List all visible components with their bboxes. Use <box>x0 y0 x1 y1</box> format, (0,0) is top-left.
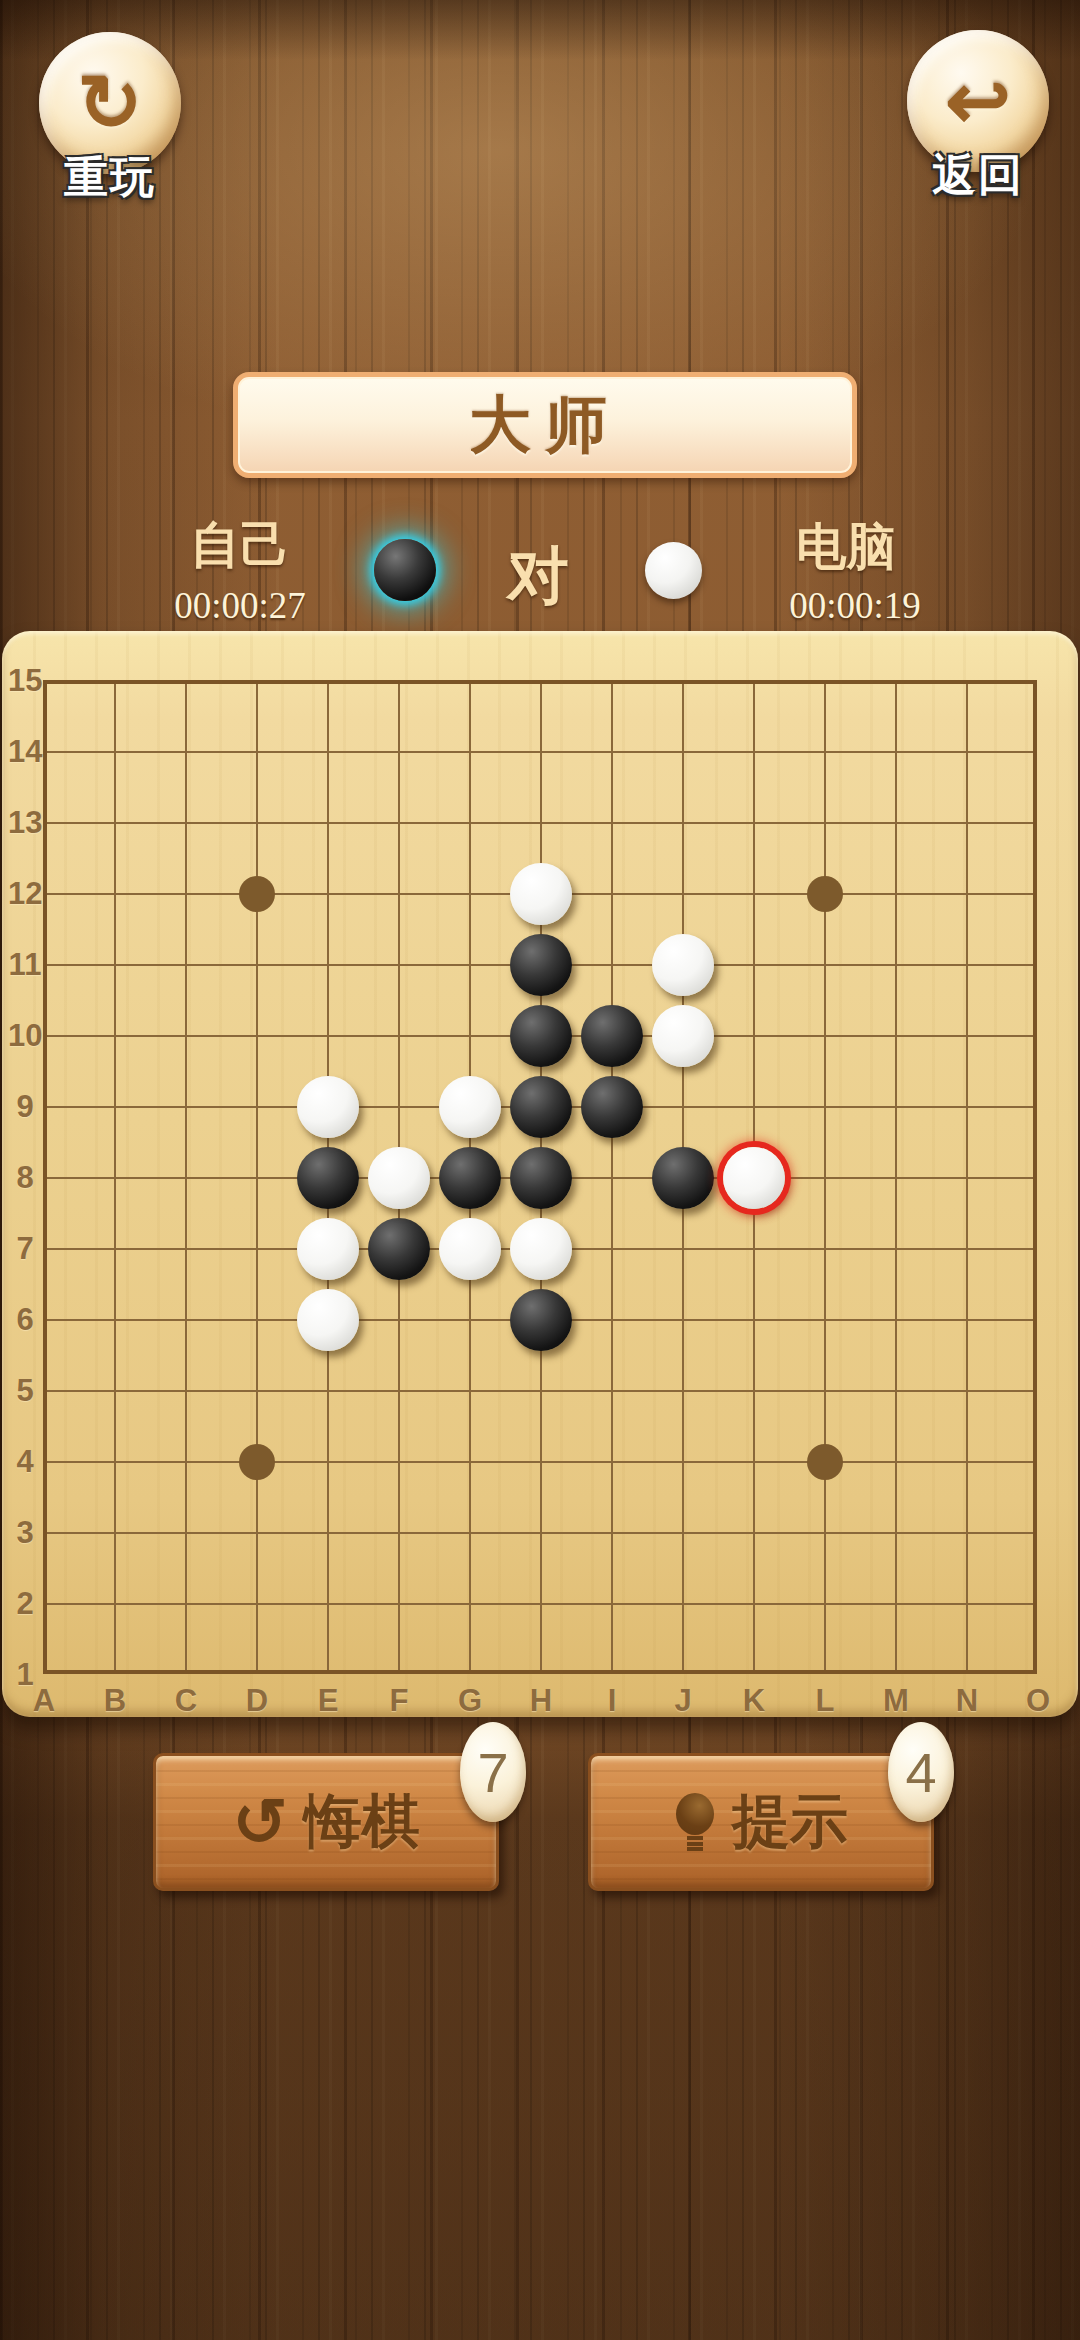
stone-black-I9 <box>581 1076 643 1138</box>
stone-white-J11 <box>652 934 714 996</box>
stone-black-G8 <box>439 1147 501 1209</box>
hint-count-badge: 4 <box>888 1722 954 1822</box>
row-label-5: 5 <box>8 1375 42 1407</box>
row-label-10: 10 <box>8 1020 42 1052</box>
col-label-O: O <box>1018 1684 1058 1718</box>
col-label-C: C <box>166 1684 206 1718</box>
banner-right-ornament <box>834 391 876 455</box>
replay-button[interactable]: ↻ 重玩 <box>25 32 195 207</box>
star-point-L4 <box>807 1444 843 1480</box>
banner-left-ornament <box>214 391 256 455</box>
col-label-G: G <box>450 1684 490 1718</box>
replay-button-label: 重玩 <box>25 148 195 207</box>
col-label-J: J <box>663 1684 703 1718</box>
stone-black-H9 <box>510 1076 572 1138</box>
stone-black-H8 <box>510 1147 572 1209</box>
stone-white-K8-last-move <box>723 1147 785 1209</box>
row-label-3: 3 <box>8 1517 42 1549</box>
computer-white-stone-indicator <box>645 542 702 599</box>
stone-black-J8 <box>652 1147 714 1209</box>
undo-history-icon: ↺ <box>232 1789 287 1855</box>
col-label-A: A <box>24 1684 64 1718</box>
redo-arrow-icon: ↻ <box>77 64 142 142</box>
lightbulb-icon <box>674 1793 716 1851</box>
stone-black-H11 <box>510 934 572 996</box>
stone-white-J10 <box>652 1005 714 1067</box>
undo-button-label: 悔棋 <box>304 1783 420 1861</box>
col-label-I: I <box>592 1684 632 1718</box>
row-label-8: 8 <box>8 1162 42 1194</box>
star-point-D12 <box>239 876 275 912</box>
stone-white-E6 <box>297 1289 359 1351</box>
stone-black-H10 <box>510 1005 572 1067</box>
col-label-K: K <box>734 1684 774 1718</box>
row-label-14: 14 <box>8 736 42 768</box>
difficulty-banner: 大师 <box>233 372 857 478</box>
row-label-9: 9 <box>8 1091 42 1123</box>
versus-label: 对 <box>478 534 598 618</box>
stone-white-H7 <box>510 1218 572 1280</box>
stone-white-F8 <box>368 1147 430 1209</box>
banner-right-swirl-icon <box>843 411 871 439</box>
hint-button[interactable]: 提示 <box>588 1753 934 1891</box>
back-arrow-icon: ↩ <box>945 62 1010 140</box>
gomoku-game-screen: ↻ 重玩 ↩ 返回 大师 自己 00:00:27 对 电脑 00:00:19 1… <box>0 0 1080 2340</box>
stone-black-E8 <box>297 1147 359 1209</box>
stone-white-E9 <box>297 1076 359 1138</box>
row-label-11: 11 <box>8 949 42 981</box>
row-label-6: 6 <box>8 1304 42 1336</box>
stone-white-E7 <box>297 1218 359 1280</box>
stone-white-G9 <box>439 1076 501 1138</box>
col-label-N: N <box>947 1684 987 1718</box>
back-button[interactable]: ↩ 返回 <box>893 30 1063 205</box>
col-label-M: M <box>876 1684 916 1718</box>
hint-button-label: 提示 <box>732 1783 848 1861</box>
undo-move-button[interactable]: ↺ 悔棋 <box>153 1753 499 1891</box>
self-player-name: 自己 <box>130 512 350 579</box>
difficulty-title: 大师 <box>469 383 621 467</box>
back-button-label: 返回 <box>893 146 1063 205</box>
computer-player-name: 电脑 <box>736 514 956 581</box>
col-label-F: F <box>379 1684 419 1718</box>
star-point-D4 <box>239 1444 275 1480</box>
row-label-13: 13 <box>8 807 42 839</box>
row-label-2: 2 <box>8 1588 42 1620</box>
row-label-4: 4 <box>8 1446 42 1478</box>
stone-black-H6 <box>510 1289 572 1351</box>
col-label-E: E <box>308 1684 348 1718</box>
stone-white-H12 <box>510 863 572 925</box>
banner-left-swirl-icon <box>219 411 247 439</box>
self-black-stone-indicator-active <box>374 539 436 601</box>
row-label-15: 15 <box>8 665 42 697</box>
row-label-7: 7 <box>8 1233 42 1265</box>
computer-player-timer: 00:00:19 <box>735 584 975 627</box>
col-label-H: H <box>521 1684 561 1718</box>
col-label-D: D <box>237 1684 277 1718</box>
star-point-L12 <box>807 876 843 912</box>
stone-black-I10 <box>581 1005 643 1067</box>
undo-count-badge: 7 <box>460 1722 526 1822</box>
gomoku-board: 151413121110987654321ABCDEFGHIJKLMNO <box>2 631 1078 1717</box>
self-player-timer: 00:00:27 <box>120 584 360 627</box>
row-label-12: 12 <box>8 878 42 910</box>
stone-black-F7 <box>368 1218 430 1280</box>
col-label-B: B <box>95 1684 135 1718</box>
col-label-L: L <box>805 1684 845 1718</box>
stone-white-G7 <box>439 1218 501 1280</box>
